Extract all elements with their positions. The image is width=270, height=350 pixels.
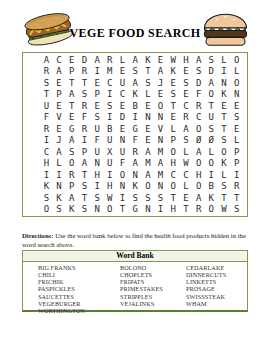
grid-cell: L bbox=[230, 66, 243, 78]
grid-cell: L bbox=[53, 158, 66, 170]
grid-cell: I bbox=[40, 135, 53, 147]
grid-cell: E bbox=[218, 100, 231, 112]
grid-cell: H bbox=[192, 169, 205, 181]
grid-cell: A bbox=[91, 54, 104, 66]
grid-cell: R bbox=[78, 100, 91, 112]
grid-cell: K bbox=[129, 181, 142, 193]
grid-cell: I bbox=[40, 169, 53, 181]
grid-cell: L bbox=[116, 54, 129, 66]
grid-cell: S bbox=[53, 204, 66, 216]
grid-cell: T bbox=[78, 169, 91, 181]
grid-cell: N bbox=[142, 112, 155, 124]
grid-cell: U bbox=[40, 100, 53, 112]
grid-cell: R bbox=[65, 169, 78, 181]
grid-cell: T bbox=[167, 192, 180, 204]
grid-cell: S bbox=[129, 192, 142, 204]
grid-cell: C bbox=[192, 112, 205, 124]
grid-cell: S bbox=[91, 192, 104, 204]
grid-cell: A bbox=[78, 158, 91, 170]
grid-cell: P bbox=[65, 66, 78, 78]
worksheet-page: { "game": "word-search", "title": "VEGE … bbox=[0, 0, 270, 350]
grid-cell: T bbox=[78, 77, 91, 89]
word-bank-title: Word Bank bbox=[23, 251, 247, 262]
grid-cell: R bbox=[192, 100, 205, 112]
word-bank-item: FRIPATS bbox=[120, 278, 163, 285]
grid-cell: S bbox=[167, 89, 180, 101]
grid-cell: E bbox=[91, 77, 104, 89]
grid-cell: O bbox=[218, 146, 231, 158]
grid-cell: T bbox=[142, 66, 155, 78]
grid-cell: W bbox=[167, 54, 180, 66]
grid-cell: G bbox=[129, 204, 142, 216]
grid-cell: R bbox=[78, 123, 91, 135]
grid-cell: C bbox=[167, 169, 180, 181]
grid-cell: O bbox=[192, 123, 205, 135]
word-bank-item: CEDARLAKE bbox=[186, 264, 226, 271]
grid-cell: U bbox=[205, 112, 218, 124]
grid-cell: A bbox=[192, 54, 205, 66]
grid-cell: C bbox=[40, 146, 53, 158]
grid-cell: F bbox=[78, 112, 91, 124]
grid-cell: K bbox=[129, 89, 142, 101]
grid-cell: I bbox=[103, 112, 116, 124]
grid-cell: W bbox=[218, 204, 231, 216]
grid-cell: A bbox=[192, 192, 205, 204]
grid-cell: K bbox=[53, 192, 66, 204]
grid-cell: I bbox=[91, 66, 104, 78]
grid-cell: C bbox=[180, 169, 193, 181]
grid-cell: S bbox=[218, 181, 231, 193]
grid-cell: O bbox=[65, 158, 78, 170]
grid-cell: S bbox=[154, 192, 167, 204]
grid-cell: S bbox=[78, 181, 91, 193]
word-bank-item: STRIPPLES bbox=[120, 293, 163, 300]
grid-cell: K bbox=[142, 54, 155, 66]
grid-cell: I bbox=[53, 169, 66, 181]
grid-cell: H bbox=[91, 169, 104, 181]
grid-cell: C bbox=[116, 89, 129, 101]
grid-cell: N bbox=[230, 89, 243, 101]
grid-cell: N bbox=[116, 135, 129, 147]
grid-cell: N bbox=[116, 181, 129, 193]
grid-cell: L bbox=[142, 89, 155, 101]
grid-cell: A bbox=[65, 89, 78, 101]
grid-cell: I bbox=[103, 89, 116, 101]
grid-cell: C bbox=[53, 54, 66, 66]
grid-cell: V bbox=[53, 112, 66, 124]
grid-cell: M bbox=[154, 146, 167, 158]
word-bank-item: LINKETTS bbox=[186, 278, 226, 285]
grid-cell: B bbox=[205, 181, 218, 193]
grid-cell: U bbox=[103, 135, 116, 147]
word-bank-column: BIG FRANKSCHILIFRICHIKPASPICKLESSAUCETTE… bbox=[38, 264, 85, 314]
grid-cell: E bbox=[116, 66, 129, 78]
grid-cell: B bbox=[103, 123, 116, 135]
grid-cell: N bbox=[218, 77, 231, 89]
grid-cell: T bbox=[65, 100, 78, 112]
grid-cell: F bbox=[129, 135, 142, 147]
grid-cell: K bbox=[40, 181, 53, 193]
grid-cell: S bbox=[129, 66, 142, 78]
grid-cell: A bbox=[65, 135, 78, 147]
grid-cell: N bbox=[53, 181, 66, 193]
grid-cell: O bbox=[142, 181, 155, 193]
grid-cell: T bbox=[40, 89, 53, 101]
grid-cell: S bbox=[230, 112, 243, 124]
grid-cell: J bbox=[53, 135, 66, 147]
word-bank-item: VEJALINKS bbox=[120, 300, 163, 307]
grid-cell: T bbox=[167, 100, 180, 112]
grid-cell: R bbox=[103, 54, 116, 66]
grid-cell: B bbox=[129, 100, 142, 112]
grid-cell: K bbox=[218, 158, 231, 170]
grid-cell: N bbox=[91, 158, 104, 170]
grid-cell: R bbox=[192, 204, 205, 216]
grid-cell: N bbox=[154, 181, 167, 193]
word-bank-column: BOLONOCHOPLETSFRIPATSPRIMESTAKESSTRIPPLE… bbox=[120, 264, 163, 307]
grid-cell: E bbox=[142, 123, 155, 135]
directions-label: Directions: bbox=[22, 232, 53, 239]
grid-cell: L bbox=[230, 135, 243, 147]
grid-cell: O bbox=[192, 158, 205, 170]
grid-cell: E bbox=[53, 100, 66, 112]
grid-cell: A bbox=[192, 146, 205, 158]
word-bank-column: CEDARLAKEDINNERCUTSLINKETTSPROSAGESWISSS… bbox=[186, 264, 226, 307]
word-bank-item: BOLONO bbox=[120, 264, 163, 271]
grid-cell: T bbox=[65, 77, 78, 89]
grid-cell: P bbox=[53, 89, 66, 101]
grid-cell: T bbox=[230, 192, 243, 204]
grid-cell: S bbox=[103, 100, 116, 112]
grid-cell: H bbox=[180, 54, 193, 66]
grid-cell: L bbox=[167, 123, 180, 135]
grid-cell: D bbox=[192, 77, 205, 89]
grid-cell: I bbox=[205, 169, 218, 181]
grid-cell: O bbox=[230, 77, 243, 89]
grid-cell: N bbox=[154, 112, 167, 124]
grid-cell: E bbox=[180, 192, 193, 204]
grid-cell: O bbox=[205, 204, 218, 216]
grid-cell: A bbox=[53, 66, 66, 78]
grid-cell: P bbox=[230, 146, 243, 158]
grid-cell: E bbox=[154, 89, 167, 101]
grid-cell: D bbox=[116, 112, 129, 124]
grid-cell: E bbox=[53, 123, 66, 135]
grid-cell: H bbox=[103, 181, 116, 193]
directions-text: Use the word bank below to find the heal… bbox=[22, 232, 246, 249]
grid-cell: S bbox=[230, 204, 243, 216]
grid-cell: S bbox=[142, 77, 155, 89]
grid-cell: P bbox=[230, 158, 243, 170]
grid-cell: O bbox=[154, 100, 167, 112]
grid-cell: S bbox=[40, 77, 53, 89]
grid-cell: X bbox=[103, 146, 116, 158]
grid-cell: E bbox=[116, 123, 129, 135]
grid-cell: I bbox=[78, 135, 91, 147]
grid-cell: I bbox=[154, 204, 167, 216]
grid-cell: S bbox=[192, 66, 205, 78]
grid-cell: L bbox=[218, 169, 231, 181]
grid-cell: A bbox=[142, 146, 155, 158]
grid-cell: I bbox=[129, 112, 142, 124]
burger-icon bbox=[202, 10, 249, 50]
grid-cell: R bbox=[40, 66, 53, 78]
grid-cell: S bbox=[218, 135, 231, 147]
word-bank-item: PASPICKLES bbox=[38, 285, 85, 292]
grid-cell: U bbox=[116, 146, 129, 158]
grid-cell: A bbox=[142, 169, 155, 181]
grid-cell: R bbox=[230, 181, 243, 193]
burger-image bbox=[202, 10, 249, 50]
grid-cell: J bbox=[154, 77, 167, 89]
word-bank-item: CHILI bbox=[38, 271, 85, 278]
word-bank-item: FRICHIK bbox=[38, 278, 85, 285]
grid-cell: A bbox=[40, 54, 53, 66]
grid-cell: I bbox=[230, 169, 243, 181]
grid-cell: S bbox=[142, 192, 155, 204]
grid-cell: T bbox=[218, 112, 231, 124]
grid-cell: S bbox=[65, 146, 78, 158]
grid-cell: L bbox=[180, 181, 193, 193]
grid-cell: R bbox=[40, 123, 53, 135]
grid-cell: I bbox=[103, 169, 116, 181]
grid-cell: E bbox=[91, 100, 104, 112]
grid-cell: E bbox=[230, 100, 243, 112]
grid-cell: T bbox=[180, 204, 193, 216]
grid-cell: O bbox=[230, 54, 243, 66]
grid-cell: A bbox=[180, 123, 193, 135]
word-bank-item: DINNERCUTS bbox=[186, 271, 226, 278]
grid-cell: E bbox=[180, 66, 193, 78]
word-bank-item: PROSAGE bbox=[186, 285, 226, 292]
grid-cell: L bbox=[218, 54, 231, 66]
grid-cell: A bbox=[129, 77, 142, 89]
word-bank-item: VEGEBURGER bbox=[38, 300, 85, 307]
grid-cell: R bbox=[78, 66, 91, 78]
grid-cell: E bbox=[154, 54, 167, 66]
grid-cell: O bbox=[167, 181, 180, 193]
grid-cell: O bbox=[103, 204, 116, 216]
grid-cell: K bbox=[205, 192, 218, 204]
wordsearch-grid: ACEDARLAKEWHASLORAPRIMESTAKESDILSETTECUA… bbox=[22, 52, 248, 217]
grid-cell: I bbox=[218, 66, 231, 78]
grid-cell: T bbox=[78, 192, 91, 204]
grid-cell: C bbox=[103, 77, 116, 89]
grid-cell: E bbox=[142, 135, 155, 147]
grid-cell: F bbox=[91, 135, 104, 147]
grid-cell: I bbox=[116, 192, 129, 204]
grid-cell: D bbox=[78, 54, 91, 66]
grid-cell: R bbox=[180, 112, 193, 124]
grid-cell: E bbox=[167, 77, 180, 89]
grid-cell: S bbox=[180, 77, 193, 89]
grid-cell: H bbox=[40, 158, 53, 170]
grid-cell: I bbox=[91, 181, 104, 193]
grid-cell: E bbox=[116, 100, 129, 112]
grid-cell: R bbox=[129, 146, 142, 158]
grid-cell: Ø bbox=[192, 135, 205, 147]
word-bank-item: BIG FRANKS bbox=[38, 264, 85, 271]
grid-cell: O bbox=[205, 158, 218, 170]
grid-cell: V bbox=[154, 123, 167, 135]
grid-cell: O bbox=[192, 181, 205, 193]
grid-cell: E bbox=[142, 100, 155, 112]
grid-cell: T bbox=[218, 123, 231, 135]
word-bank-item: WORTHINGTON bbox=[38, 307, 85, 314]
grid-cell: T bbox=[116, 204, 129, 216]
grid-cell: W bbox=[103, 192, 116, 204]
grid-cell: H bbox=[167, 158, 180, 170]
grid-cell: P bbox=[91, 89, 104, 101]
grid-cell: T bbox=[218, 192, 231, 204]
grid-cell: M bbox=[142, 158, 155, 170]
grid-cell: S bbox=[40, 192, 53, 204]
grid-cell: O bbox=[167, 146, 180, 158]
grid-cell: E bbox=[180, 89, 193, 101]
word-bank-item: WHAM bbox=[186, 300, 226, 307]
grid-cell: U bbox=[91, 123, 104, 135]
grid-cell: S bbox=[78, 89, 91, 101]
grid-cell: N bbox=[129, 169, 142, 181]
grid-cell: P bbox=[167, 135, 180, 147]
grid-cell: S bbox=[205, 54, 218, 66]
grid-cell: A bbox=[53, 146, 66, 158]
grid-cell: M bbox=[103, 66, 116, 78]
grid-cell: A bbox=[154, 158, 167, 170]
grid-cell: D bbox=[205, 66, 218, 78]
grid-cell: H bbox=[167, 204, 180, 216]
grid-cell: E bbox=[65, 54, 78, 66]
word-bank-item: SAUCETTES bbox=[38, 293, 85, 300]
grid-cell: O bbox=[40, 204, 53, 216]
grid-cell: A bbox=[129, 158, 142, 170]
word-bank-item: PRIMESTAKES bbox=[120, 285, 163, 292]
grid-cell: K bbox=[65, 204, 78, 216]
grid-cell: U bbox=[116, 77, 129, 89]
grid-cell: U bbox=[103, 158, 116, 170]
grid-cell: N bbox=[154, 135, 167, 147]
grid-cell: K bbox=[218, 89, 231, 101]
grid-cell: K bbox=[167, 66, 180, 78]
grid-cell: N bbox=[91, 204, 104, 216]
word-bank-item: CHOPLETS bbox=[120, 271, 163, 278]
grid-cell: T bbox=[205, 100, 218, 112]
grid-cell: L bbox=[180, 146, 193, 158]
grid-cell: P bbox=[78, 146, 91, 158]
grid-cell: E bbox=[65, 112, 78, 124]
grid-cell: E bbox=[53, 77, 66, 89]
grid-cell: S bbox=[205, 123, 218, 135]
grid-cell: O bbox=[116, 169, 129, 181]
grid-cell: L bbox=[205, 146, 218, 158]
grid-cell: U bbox=[91, 146, 104, 158]
grid-cell: Ø bbox=[205, 135, 218, 147]
grid-cell: A bbox=[154, 66, 167, 78]
directions: Directions: Use the word bank below to f… bbox=[22, 231, 248, 250]
grid-cell: S bbox=[91, 112, 104, 124]
grid-cell: G bbox=[129, 123, 142, 135]
grid-cell: N bbox=[142, 204, 155, 216]
grid-cell: S bbox=[180, 135, 193, 147]
word-bank: Word Bank BIG FRANKSCHILIFRICHIKPASPICKL… bbox=[22, 250, 248, 312]
grid-cell: A bbox=[65, 192, 78, 204]
word-bank-item: SWISSSTEAK bbox=[186, 293, 226, 300]
grid-cell: A bbox=[129, 54, 142, 66]
grid-cell: P bbox=[65, 181, 78, 193]
grid-cell: A bbox=[205, 77, 218, 89]
grid-cell: E bbox=[230, 123, 243, 135]
grid-cell: S bbox=[78, 204, 91, 216]
grid-cell: G bbox=[65, 123, 78, 135]
grid-cell: W bbox=[180, 158, 193, 170]
grid-cell: M bbox=[154, 169, 167, 181]
grid-cell: F bbox=[116, 158, 129, 170]
grid-cell: E bbox=[167, 112, 180, 124]
grid-cell: O bbox=[205, 89, 218, 101]
grid-cell: F bbox=[40, 112, 53, 124]
grid-cell: F bbox=[192, 89, 205, 101]
word-bank-columns: BIG FRANKSCHILIFRICHIKPASPICKLESSAUCETTE… bbox=[23, 262, 247, 310]
grid-cell: C bbox=[180, 100, 193, 112]
